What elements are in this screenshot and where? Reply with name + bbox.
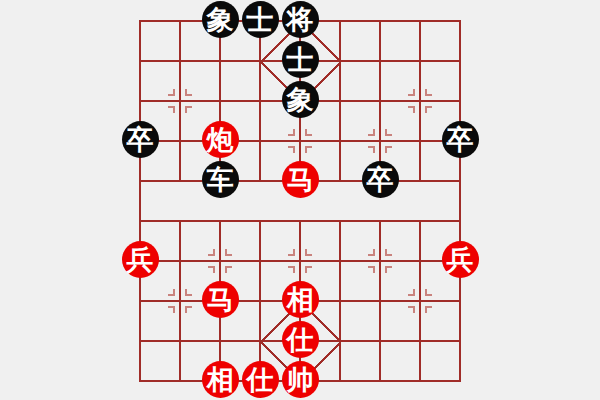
board-cell [261, 222, 301, 262]
piece-black-advisor[interactable]: 士 [242, 1, 279, 38]
point-marker [185, 106, 192, 113]
board-cell [341, 22, 381, 62]
piece-red-king[interactable]: 帅 [282, 361, 319, 398]
point-marker [368, 129, 375, 136]
point-marker [288, 146, 295, 153]
point-marker [208, 266, 215, 273]
board-cell [221, 222, 261, 262]
piece-red-advisor[interactable]: 仕 [242, 361, 279, 398]
board-cell [141, 62, 181, 102]
board-cell [421, 22, 461, 62]
piece-red-pawn[interactable]: 兵 [122, 241, 159, 278]
piece-red-horse[interactable]: 马 [282, 161, 319, 198]
point-marker [168, 306, 175, 313]
point-marker [385, 129, 392, 136]
board-cell [381, 222, 421, 262]
piece-black-elephant[interactable]: 象 [202, 1, 239, 38]
board-cell [381, 302, 421, 342]
board-cell [381, 22, 421, 62]
piece-black-pawn[interactable]: 卒 [122, 121, 159, 158]
piece-red-cannon[interactable]: 炮 [202, 121, 239, 158]
point-marker [168, 289, 175, 296]
board-cell [141, 22, 181, 62]
board-cell [141, 342, 181, 382]
piece-red-pawn[interactable]: 兵 [442, 241, 479, 278]
point-marker [288, 129, 295, 136]
point-marker [425, 89, 432, 96]
point-marker [408, 306, 415, 313]
point-marker [288, 266, 295, 273]
point-marker [385, 146, 392, 153]
board-cell [381, 102, 421, 142]
board-cell [421, 342, 461, 382]
point-marker [305, 146, 312, 153]
point-marker [408, 106, 415, 113]
point-marker [425, 306, 432, 313]
board-cell [381, 342, 421, 382]
board-cell [341, 62, 381, 102]
point-marker [168, 106, 175, 113]
point-marker [305, 129, 312, 136]
point-marker [225, 249, 232, 256]
piece-black-pawn[interactable]: 卒 [362, 161, 399, 198]
point-marker [425, 106, 432, 113]
point-marker [168, 89, 175, 96]
piece-red-elephant[interactable]: 相 [202, 361, 239, 398]
point-marker [185, 289, 192, 296]
piece-black-pawn[interactable]: 卒 [442, 121, 479, 158]
point-marker [305, 249, 312, 256]
board-cell [141, 302, 181, 342]
board-cell [341, 222, 381, 262]
piece-black-king[interactable]: 将 [282, 1, 319, 38]
board-cell [341, 342, 381, 382]
point-marker [385, 249, 392, 256]
point-marker [368, 249, 375, 256]
point-marker [408, 289, 415, 296]
board-cell [341, 302, 381, 342]
point-marker [368, 266, 375, 273]
board-cell [341, 262, 381, 302]
point-marker [208, 249, 215, 256]
board-cell [301, 222, 341, 262]
point-marker [385, 266, 392, 273]
point-marker [185, 89, 192, 96]
piece-black-advisor[interactable]: 士 [282, 41, 319, 78]
point-marker [305, 266, 312, 273]
board-cell [181, 62, 221, 102]
point-marker [425, 289, 432, 296]
point-marker [368, 146, 375, 153]
board-cell [221, 62, 261, 102]
board-cell [341, 102, 381, 142]
piece-red-advisor[interactable]: 仕 [282, 321, 319, 358]
board-cell [381, 62, 421, 102]
board-cell [181, 222, 221, 262]
xiangqi-board-screenshot: 象士将士象卒炮卒车马卒兵兵马相仕相仕帅 [0, 0, 600, 400]
piece-red-horse[interactable]: 马 [202, 281, 239, 318]
piece-red-elephant[interactable]: 相 [282, 281, 319, 318]
point-marker [408, 89, 415, 96]
point-marker [185, 306, 192, 313]
board-cell [421, 62, 461, 102]
point-marker [288, 249, 295, 256]
piece-black-elephant[interactable]: 象 [282, 81, 319, 118]
point-marker [225, 266, 232, 273]
piece-black-chariot[interactable]: 车 [202, 161, 239, 198]
